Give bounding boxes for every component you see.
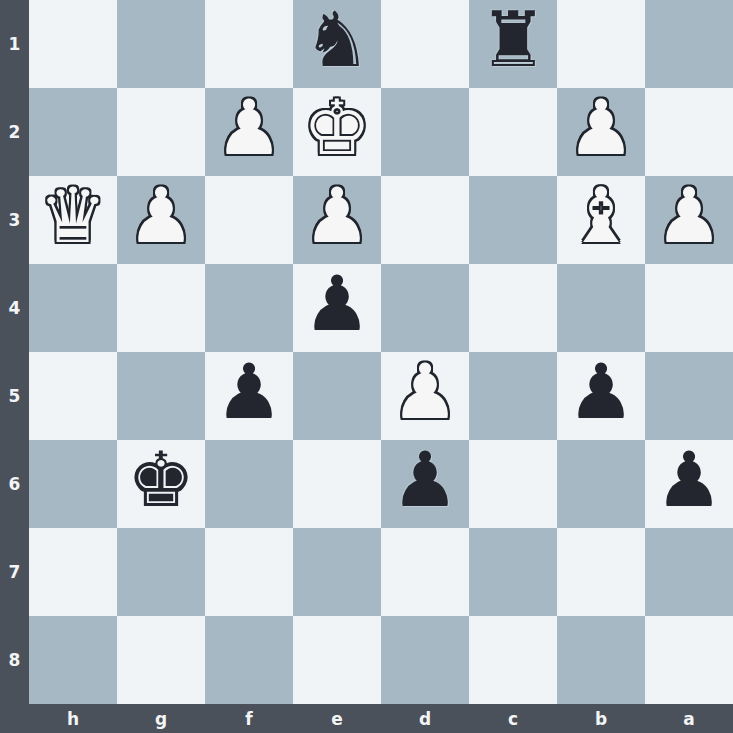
rank-label-1: 1 xyxy=(0,0,29,88)
square-g4[interactable] xyxy=(117,264,205,352)
square-e8[interactable] xyxy=(293,616,381,704)
black-pawn[interactable]: ♟ xyxy=(391,436,459,524)
square-h3[interactable]: ♛ xyxy=(29,176,117,264)
square-a2[interactable] xyxy=(645,88,733,176)
square-d8[interactable] xyxy=(381,616,469,704)
square-g1[interactable] xyxy=(117,0,205,88)
square-e1[interactable]: ♞ xyxy=(293,0,381,88)
square-h7[interactable] xyxy=(29,528,117,616)
file-label-h: h xyxy=(29,704,117,733)
square-g6[interactable]: ♚ xyxy=(117,440,205,528)
square-f2[interactable]: ♟ xyxy=(205,88,293,176)
square-e6[interactable] xyxy=(293,440,381,528)
white-pawn[interactable]: ♟ xyxy=(567,84,635,172)
white-pawn[interactable]: ♟ xyxy=(655,172,723,260)
square-d1[interactable] xyxy=(381,0,469,88)
file-label-f: f xyxy=(205,704,293,733)
white-king[interactable]: ♚ xyxy=(303,84,371,172)
square-b1[interactable] xyxy=(557,0,645,88)
square-h2[interactable] xyxy=(29,88,117,176)
square-f6[interactable] xyxy=(205,440,293,528)
square-d3[interactable] xyxy=(381,176,469,264)
square-g2[interactable] xyxy=(117,88,205,176)
square-c3[interactable] xyxy=(469,176,557,264)
square-d7[interactable] xyxy=(381,528,469,616)
square-d6[interactable]: ♟ xyxy=(381,440,469,528)
square-d2[interactable] xyxy=(381,88,469,176)
white-pawn[interactable]: ♟ xyxy=(303,172,371,260)
square-c4[interactable] xyxy=(469,264,557,352)
square-a7[interactable] xyxy=(645,528,733,616)
rank-label-2: 2 xyxy=(0,88,29,176)
black-pawn[interactable]: ♟ xyxy=(303,260,371,348)
square-c8[interactable] xyxy=(469,616,557,704)
square-f3[interactable] xyxy=(205,176,293,264)
square-h5[interactable] xyxy=(29,352,117,440)
file-label-d: d xyxy=(381,704,469,733)
file-label-g: g xyxy=(117,704,205,733)
square-f5[interactable]: ♟ xyxy=(205,352,293,440)
square-a5[interactable] xyxy=(645,352,733,440)
rank-label-4: 4 xyxy=(0,264,29,352)
black-pawn[interactable]: ♟ xyxy=(567,348,635,436)
square-g5[interactable] xyxy=(117,352,205,440)
square-b7[interactable] xyxy=(557,528,645,616)
square-h6[interactable] xyxy=(29,440,117,528)
square-b2[interactable]: ♟ xyxy=(557,88,645,176)
white-bishop[interactable]: ♝ xyxy=(567,172,635,260)
square-a4[interactable] xyxy=(645,264,733,352)
chess-board: 1♞♜2♟♚♟3♛♟♟♝♟4♟5♟♟♟6♚♟♟78hgfedcba xyxy=(0,0,733,733)
square-d4[interactable] xyxy=(381,264,469,352)
square-b8[interactable] xyxy=(557,616,645,704)
chess-board-frame: 1♞♜2♟♚♟3♛♟♟♝♟4♟5♟♟♟6♚♟♟78hgfedcba xyxy=(0,0,733,733)
square-b6[interactable] xyxy=(557,440,645,528)
rank-label-8: 8 xyxy=(0,616,29,704)
square-e4[interactable]: ♟ xyxy=(293,264,381,352)
square-f4[interactable] xyxy=(205,264,293,352)
rank-label-7: 7 xyxy=(0,528,29,616)
square-h4[interactable] xyxy=(29,264,117,352)
square-h1[interactable] xyxy=(29,0,117,88)
square-e5[interactable] xyxy=(293,352,381,440)
white-queen[interactable]: ♛ xyxy=(39,172,107,260)
square-e2[interactable]: ♚ xyxy=(293,88,381,176)
square-c7[interactable] xyxy=(469,528,557,616)
square-c1[interactable]: ♜ xyxy=(469,0,557,88)
board-corner xyxy=(0,704,29,733)
file-label-a: a xyxy=(645,704,733,733)
square-c5[interactable] xyxy=(469,352,557,440)
square-c6[interactable] xyxy=(469,440,557,528)
white-pawn[interactable]: ♟ xyxy=(127,172,195,260)
square-a1[interactable] xyxy=(645,0,733,88)
square-b5[interactable]: ♟ xyxy=(557,352,645,440)
black-pawn[interactable]: ♟ xyxy=(655,436,723,524)
square-f1[interactable] xyxy=(205,0,293,88)
file-label-e: e xyxy=(293,704,381,733)
rank-label-5: 5 xyxy=(0,352,29,440)
square-e3[interactable]: ♟ xyxy=(293,176,381,264)
black-rook[interactable]: ♜ xyxy=(479,0,547,84)
black-king[interactable]: ♚ xyxy=(127,436,195,524)
square-c2[interactable] xyxy=(469,88,557,176)
square-a6[interactable]: ♟ xyxy=(645,440,733,528)
square-b4[interactable] xyxy=(557,264,645,352)
white-pawn[interactable]: ♟ xyxy=(391,348,459,436)
file-label-b: b xyxy=(557,704,645,733)
square-g7[interactable] xyxy=(117,528,205,616)
file-label-c: c xyxy=(469,704,557,733)
square-e7[interactable] xyxy=(293,528,381,616)
square-f8[interactable] xyxy=(205,616,293,704)
square-d5[interactable]: ♟ xyxy=(381,352,469,440)
white-pawn[interactable]: ♟ xyxy=(215,84,283,172)
square-f7[interactable] xyxy=(205,528,293,616)
rank-label-6: 6 xyxy=(0,440,29,528)
black-knight[interactable]: ♞ xyxy=(303,0,371,84)
square-g3[interactable]: ♟ xyxy=(117,176,205,264)
square-g8[interactable] xyxy=(117,616,205,704)
square-b3[interactable]: ♝ xyxy=(557,176,645,264)
rank-label-3: 3 xyxy=(0,176,29,264)
black-pawn[interactable]: ♟ xyxy=(215,348,283,436)
square-a8[interactable] xyxy=(645,616,733,704)
square-a3[interactable]: ♟ xyxy=(645,176,733,264)
square-h8[interactable] xyxy=(29,616,117,704)
